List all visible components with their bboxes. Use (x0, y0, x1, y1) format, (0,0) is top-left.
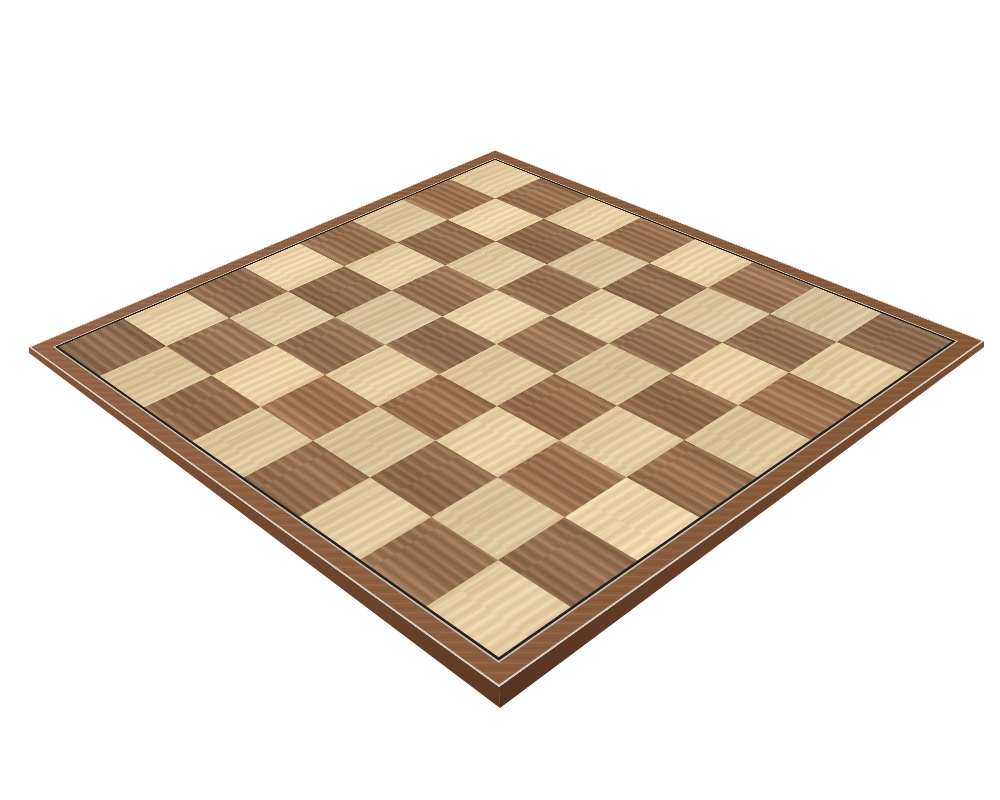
product-photo-stage (0, 0, 1000, 800)
